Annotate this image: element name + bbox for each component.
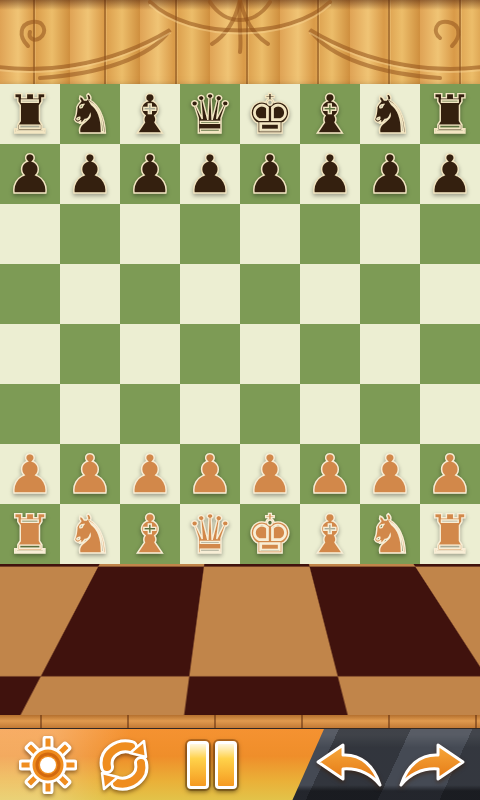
square-f6[interactable] [300,204,360,264]
piece-white-pawn[interactable]: ♟ [426,448,474,502]
square-e1[interactable]: ♚ [240,504,300,564]
square-f3[interactable] [300,384,360,444]
square-c6[interactable] [120,204,180,264]
square-b4[interactable] [60,324,120,384]
square-a7[interactable]: ♟ [0,144,60,204]
square-e7[interactable]: ♟ [240,144,300,204]
square-g3[interactable] [360,384,420,444]
square-g1[interactable]: ♞ [360,504,420,564]
piece-white-king[interactable]: ♚ [246,508,294,562]
move-banner-text: 1. White's move [151,674,331,702]
undo-button[interactable] [310,729,388,800]
square-c1[interactable]: ♝ [120,504,180,564]
square-h6[interactable] [420,204,480,264]
piece-black-pawn[interactable]: ♟ [66,148,114,202]
square-d1[interactable]: ♛ [180,504,240,564]
square-d3[interactable] [180,384,240,444]
piece-black-knight[interactable]: ♞ [66,88,114,142]
piece-white-rook[interactable]: ♜ [426,508,474,562]
restart-button[interactable] [90,729,158,800]
back-arrow-icon [313,741,385,789]
bottom-toolbar [0,728,480,800]
square-b3[interactable] [60,384,120,444]
white-king-icon: ♚ [13,666,52,710]
piece-black-knight[interactable]: ♞ [366,88,414,142]
square-g5[interactable] [360,264,420,324]
piece-black-pawn[interactable]: ♟ [126,148,174,202]
piece-white-rook[interactable]: ♜ [6,508,54,562]
square-b7[interactable]: ♟ [60,144,120,204]
square-b5[interactable] [60,264,120,324]
carved-flourish-decoration [0,0,480,84]
square-g8[interactable]: ♞ [360,84,420,144]
wood-floor-band [0,715,480,728]
square-g7[interactable]: ♟ [360,144,420,204]
pause-icon [187,741,237,789]
square-h8[interactable]: ♜ [420,84,480,144]
square-a1[interactable]: ♜ [0,504,60,564]
piece-black-pawn[interactable]: ♟ [6,148,54,202]
square-a4[interactable] [0,324,60,384]
redo-button[interactable] [392,729,472,800]
square-c5[interactable] [120,264,180,324]
chess-app-screen: ♜♞♝♛♚♝♞♜♟♟♟♟♟♟♟♟♟♟♟♟♟♟♟♟♜♞♝♛♚♝♞♜ ♚ 10:00… [0,0,480,800]
piece-black-pawn[interactable]: ♟ [306,148,354,202]
square-a2[interactable]: ♟ [0,444,60,504]
square-f7[interactable]: ♟ [300,144,360,204]
square-g2[interactable]: ♟ [360,444,420,504]
square-e8[interactable]: ♚ [240,84,300,144]
square-h2[interactable]: ♟ [420,444,480,504]
piece-white-pawn[interactable]: ♟ [246,448,294,502]
status-bar: ♚ 10:00 1. White's move 10:00 ♚ [4,660,478,716]
square-c3[interactable] [120,384,180,444]
piece-black-bishop[interactable]: ♝ [306,88,354,142]
piece-white-pawn[interactable]: ♟ [66,448,114,502]
square-h4[interactable] [420,324,480,384]
circular-arrows-icon [96,737,152,793]
square-c2[interactable]: ♟ [120,444,180,504]
square-h3[interactable] [420,384,480,444]
square-c4[interactable] [120,324,180,384]
pause-button[interactable] [178,729,246,800]
piece-white-pawn[interactable]: ♟ [6,448,54,502]
piece-white-knight[interactable]: ♞ [366,508,414,562]
square-e3[interactable] [240,384,300,444]
piece-black-bishop[interactable]: ♝ [126,88,174,142]
square-h1[interactable]: ♜ [420,504,480,564]
piece-black-pawn[interactable]: ♟ [246,148,294,202]
square-d8[interactable]: ♛ [180,84,240,144]
wood-header [0,0,480,84]
settings-button[interactable] [12,729,84,800]
square-b2[interactable]: ♟ [60,444,120,504]
square-h7[interactable]: ♟ [420,144,480,204]
square-f1[interactable]: ♝ [300,504,360,564]
square-b8[interactable]: ♞ [60,84,120,144]
piece-white-pawn[interactable]: ♟ [366,448,414,502]
square-f4[interactable] [300,324,360,384]
square-e6[interactable] [240,204,300,264]
square-e4[interactable] [240,324,300,384]
square-e2[interactable]: ♟ [240,444,300,504]
forward-arrow-icon [396,741,468,789]
square-a5[interactable] [0,264,60,324]
square-a6[interactable] [0,204,60,264]
square-f8[interactable]: ♝ [300,84,360,144]
square-b1[interactable]: ♞ [60,504,120,564]
square-d7[interactable]: ♟ [180,144,240,204]
square-f2[interactable]: ♟ [300,444,360,504]
square-a8[interactable]: ♜ [0,84,60,144]
square-g4[interactable] [360,324,420,384]
piece-black-king[interactable]: ♚ [246,88,294,142]
square-h5[interactable] [420,264,480,324]
piece-white-queen[interactable]: ♛ [186,508,234,562]
square-d5[interactable] [180,264,240,324]
square-e5[interactable] [240,264,300,324]
square-b6[interactable] [60,204,120,264]
piece-black-rook[interactable]: ♜ [6,88,54,142]
square-d4[interactable] [180,324,240,384]
square-c7[interactable]: ♟ [120,144,180,204]
move-banner: 1. White's move [98,657,383,722]
piece-white-bishop[interactable]: ♝ [306,508,354,562]
piece-white-pawn[interactable]: ♟ [126,448,174,502]
square-c8[interactable]: ♝ [120,84,180,144]
piece-white-pawn[interactable]: ♟ [306,448,354,502]
square-d2[interactable]: ♟ [180,444,240,504]
square-g6[interactable] [360,204,420,264]
square-d6[interactable] [180,204,240,264]
piece-black-pawn[interactable]: ♟ [426,148,474,202]
square-f5[interactable] [300,264,360,324]
gear-icon [19,736,77,794]
square-a3[interactable] [0,384,60,444]
piece-white-pawn[interactable]: ♟ [186,448,234,502]
black-king-icon: ♚ [430,666,469,710]
piece-black-rook[interactable]: ♜ [426,88,474,142]
piece-white-knight[interactable]: ♞ [66,508,114,562]
piece-white-bishop[interactable]: ♝ [126,508,174,562]
chess-board: ♜♞♝♛♚♝♞♜♟♟♟♟♟♟♟♟♟♟♟♟♟♟♟♟♜♞♝♛♚♝♞♜ [0,84,480,564]
piece-black-pawn[interactable]: ♟ [366,148,414,202]
piece-black-queen[interactable]: ♛ [186,88,234,142]
piece-black-pawn[interactable]: ♟ [186,148,234,202]
